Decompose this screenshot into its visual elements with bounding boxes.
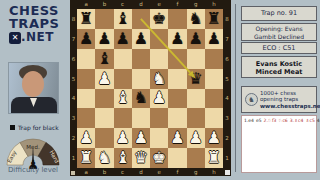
piece-black-pawn-b7: ♟ [97,31,111,47]
square-f5[interactable] [168,69,186,89]
square-g1[interactable] [187,148,205,168]
opening-line-1: Opening: Evans [242,25,316,33]
square-a6[interactable] [77,49,95,69]
difficulty-label: Difficulty level [0,166,66,174]
piece-black-king-e8: ♚ [152,11,166,27]
square-c6[interactable] [114,49,132,69]
coord-label-8: 8 [70,9,77,29]
square-h8[interactable]: ♜ [205,9,223,29]
file-labels-bottom: abcdefgh [77,168,223,176]
square-f8[interactable] [168,9,186,29]
square-e1[interactable]: ♚ [150,148,168,168]
piece-white-bishop-c4: ♝ [115,90,129,106]
coord-label-8: 8 [223,9,231,29]
coord-label-5: 5 [223,69,231,89]
square-f3[interactable] [168,108,186,128]
square-b6[interactable]: ♝ [95,49,113,69]
presenter-face [22,71,44,97]
coord-label-2: 2 [223,128,231,148]
piece-black-queen-g5: ♛ [188,71,202,87]
square-f7[interactable]: ♟ [168,29,186,49]
coord-label-3: 3 [70,108,77,128]
promo-url[interactable]: www.chesstraps.net [260,103,320,110]
coord-label-d: d [132,168,150,176]
square-f2[interactable]: ♟ [168,128,186,148]
square-e4[interactable]: ♟ [150,89,168,109]
move-token: 3.♗c4 [290,118,304,123]
square-h3[interactable] [205,108,223,128]
piece-black-bishop-c8: ♝ [115,11,129,27]
square-f6[interactable] [168,49,186,69]
square-e2[interactable] [150,128,168,148]
square-d1[interactable]: ♛ [132,148,150,168]
square-c4[interactable]: ♝ [114,89,132,109]
piece-black-pawn-g7: ♟ [188,31,202,47]
piece-black-bishop-b6: ♝ [97,51,111,67]
promo-text: 1000+ chess opening traps www.chesstraps… [260,90,320,110]
piece-black-pawn-h7: ♟ [207,31,221,47]
coord-label-6: 6 [223,49,231,69]
square-c1[interactable]: ♝ [114,148,132,168]
difficulty-gauge: Easy Med. Hard ♟ [3,130,63,170]
piece-black-pawn-c7: ♟ [115,31,129,47]
logo-suffix: .NET [21,31,54,44]
piece-black-pawn-f7: ♟ [170,31,184,47]
piece-white-pawn-c2: ♟ [115,130,129,146]
opening-line-2: Gambit Declined [242,33,316,41]
square-g7[interactable]: ♟ [187,29,205,49]
square-c8[interactable]: ♝ [114,9,132,29]
square-e8[interactable]: ♚ [150,9,168,29]
square-g4[interactable] [187,89,205,109]
opening-box: Opening: Evans Gambit Declined [241,23,317,41]
rank-labels-right: 87654321 [223,9,231,168]
square-e5[interactable]: ♞ [150,69,168,89]
piece-white-knight-b1: ♞ [97,150,111,166]
coord-label-e: e [150,168,168,176]
logo-knight-icon: ✕ [9,32,21,44]
square-d2[interactable]: ♟ [132,128,150,148]
panel-divider-line [235,4,236,172]
square-h1[interactable]: ♜ [205,148,223,168]
square-b1[interactable]: ♞ [95,148,113,168]
square-d6[interactable] [132,49,150,69]
video-frame: CHESS TRAPS ✕ .NET Trap for black Easy M… [0,0,320,180]
square-g5[interactable]: ♛ [187,69,205,89]
coord-label-b: b [95,0,113,9]
square-a4[interactable] [77,89,95,109]
piece-white-rook-a1: ♜ [79,150,93,166]
square-a3[interactable] [77,108,95,128]
coord-label-3: 3 [223,108,231,128]
square-e3[interactable] [150,108,168,128]
square-c5[interactable] [114,69,132,89]
square-b5[interactable]: ♟ [95,69,113,89]
piece-white-knight-e5: ♞ [152,71,166,87]
square-f1[interactable] [168,148,186,168]
square-h6[interactable] [205,49,223,69]
square-h7[interactable]: ♟ [205,29,223,49]
eco-box: ECO : C51 [241,42,317,54]
square-g8[interactable]: ♞ [187,9,205,29]
coord-label-1: 1 [70,148,77,168]
square-d8[interactable] [132,9,150,29]
square-a1[interactable]: ♜ [77,148,95,168]
piece-white-pawn-e4: ♟ [152,90,166,106]
piece-white-pawn-g2: ♟ [188,130,202,146]
square-b4[interactable] [95,89,113,109]
square-d7[interactable]: ♟ [132,29,150,49]
coord-label-1: 1 [223,148,231,168]
move-list: 1.e4e52.♘f3♘c63.♗c4♗c54.b4♗b65.b5♘d46.♘x… [244,118,314,124]
coord-label-h: h [205,0,223,9]
rank-labels-left: 87654321 [70,9,77,168]
piece-white-pawn-a2: ♟ [79,130,93,146]
chess-board: abcdefgh 87654321 87654321 abcdefgh ♜♝♚♞… [70,0,231,176]
square-h2[interactable]: ♟ [205,128,223,148]
piece-white-queen-d1: ♛ [134,150,148,166]
square-d5[interactable] [132,69,150,89]
square-g2[interactable]: ♟ [187,128,205,148]
piece-white-rook-h1: ♜ [207,150,221,166]
move-token: e5 [256,118,262,123]
coord-label-h: h [205,168,223,176]
piece-black-knight-d4: ♞ [134,90,148,106]
board-corner-marker-right [225,170,230,175]
promo-box: ♞ 1000+ chess opening traps www.chesstra… [241,86,317,113]
move-list-box: 1.e4e52.♘f3♘c63.♗c4♗c54.b4♗b65.b5♘d46.♘x… [241,115,317,173]
site-logo: CHESS TRAPS ✕ .NET [9,4,59,44]
piece-white-pawn-h2: ♟ [207,130,221,146]
square-h5[interactable] [205,69,223,89]
square-a5[interactable] [77,69,95,89]
square-g3[interactable] [187,108,205,128]
logo-line-2: TRAPS [9,17,59,30]
square-d3[interactable] [132,108,150,128]
piece-black-knight-g8: ♞ [188,11,202,27]
square-a2[interactable]: ♟ [77,128,95,148]
square-d4[interactable]: ♞ [132,89,150,109]
square-h4[interactable] [205,89,223,109]
move-token: 2.♘f3 [264,118,277,123]
piece-black-rook-h8: ♜ [207,11,221,27]
square-c7[interactable]: ♟ [114,29,132,49]
coord-label-f: f [168,0,186,9]
file-labels-top: abcdefgh [77,0,223,9]
board-corner-marker-left [71,171,75,175]
coord-label-g: g [187,168,205,176]
square-b8[interactable] [95,9,113,29]
move-token: ♗c5 [305,118,314,123]
square-e6[interactable] [150,49,168,69]
square-g6[interactable] [187,49,205,69]
presenter-photo [8,62,59,114]
piece-black-pawn-d7: ♟ [134,31,148,47]
coord-label-b: b [95,168,113,176]
square-a8[interactable]: ♜ [77,9,95,29]
square-b7[interactable]: ♟ [95,29,113,49]
square-b3[interactable] [95,108,113,128]
square-b2[interactable] [95,128,113,148]
square-f4[interactable] [168,89,186,109]
coord-label-g: g [187,0,205,9]
coord-label-e: e [150,0,168,9]
trap-number-box: Trap no. 91 [241,6,317,21]
square-c2[interactable]: ♟ [114,128,132,148]
coord-label-f: f [168,168,186,176]
promo-knight-icon: ♞ [245,93,258,106]
piece-white-king-e1: ♚ [152,150,166,166]
move-token: ♘c6 [278,118,287,123]
coord-label-7: 7 [223,29,231,49]
coord-label-a: a [77,0,95,9]
coord-label-7: 7 [70,29,77,49]
square-c3[interactable] [114,108,132,128]
piece-white-bishop-c1: ♝ [115,150,129,166]
coord-label-c: c [114,0,132,9]
square-e7[interactable] [150,29,168,49]
coord-label-d: d [132,0,150,9]
move-token: 1.e4 [244,118,254,123]
coord-label-4: 4 [223,89,231,109]
coord-label-2: 2 [70,128,77,148]
trap-name-line-1: Evans Kostic [242,60,316,68]
piece-black-pawn-a7: ♟ [79,31,93,47]
piece-white-pawn-d2: ♟ [134,130,148,146]
piece-black-rook-a8: ♜ [79,11,93,27]
piece-white-pawn-b5: ♟ [97,71,111,87]
piece-white-pawn-f2: ♟ [170,130,184,146]
square-a7[interactable]: ♟ [77,29,95,49]
coord-label-6: 6 [70,49,77,69]
board-squares: ♜♝♚♞♜♟♟♟♟♟♟♟♝♟♞♛♝♞♟♟♟♟♟♟♟♜♞♝♛♚♜ [77,9,223,168]
coord-label-a: a [77,168,95,176]
coord-label-5: 5 [70,69,77,89]
coord-label-c: c [114,168,132,176]
trap-name-line-2: Minced Meat [242,68,316,76]
trap-name-box: Evans Kostic Minced Meat [241,56,317,78]
coord-label-4: 4 [70,89,77,109]
